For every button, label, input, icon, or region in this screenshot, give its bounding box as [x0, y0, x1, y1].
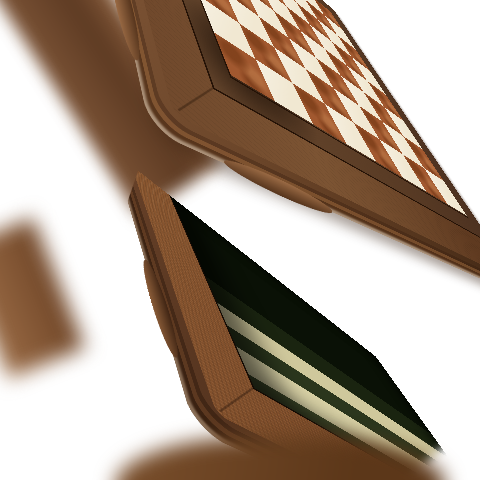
blurred-table-side [0, 218, 85, 379]
chess-table-product-photo [0, 0, 480, 480]
